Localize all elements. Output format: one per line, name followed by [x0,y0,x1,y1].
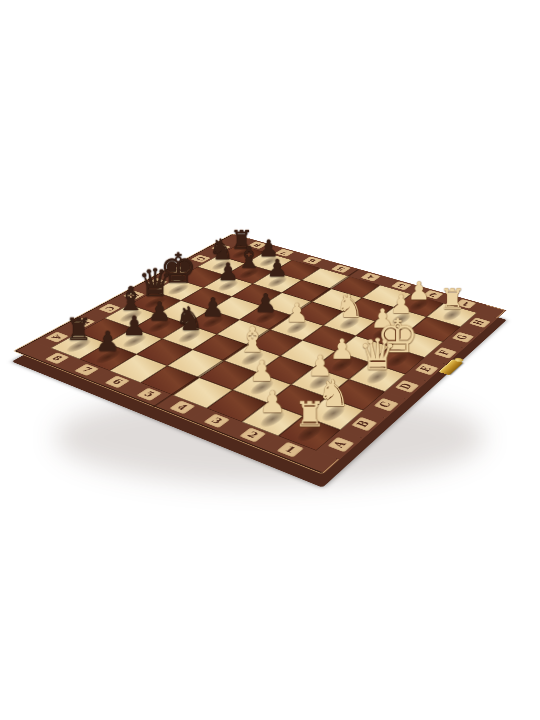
label-text: E [414,363,438,375]
piece-glyph: ♟ [259,387,286,417]
piece-glyph: ♟ [330,336,355,364]
label-text: A [327,437,354,453]
piece-glyph: ♞ [335,290,364,322]
piece-glyph: ♟ [285,300,308,326]
label-text: G [451,332,474,343]
piece-glyph: ♜ [294,397,325,432]
piece-glyph: ♟ [217,260,239,284]
piece-glyph: ♜ [65,314,92,344]
label-text: 8 [44,352,69,364]
label-text: B [350,417,376,432]
piece-glyph: ♟ [122,313,146,340]
label-text: 6 [302,256,322,264]
piece-glyph: ♟ [267,256,288,280]
piece-glyph: ♟ [254,290,277,316]
label-text: F [433,347,456,359]
product-photo: ABCDEFGH8♜♝♛♚♞♜87♟♟♟♟♝♟76♞♟♟65♟54♝♟43♟♞3… [0,0,540,720]
piece-glyph: ♛ [358,333,397,376]
piece-glyph: ♟ [148,299,171,325]
label-text: 7 [73,364,98,376]
piece-glyph: ♝ [237,323,268,358]
piece-glyph: ♞ [175,303,204,336]
label-text: 6 [104,375,130,388]
piece-glyph: ♟ [202,295,225,321]
label-text: C [373,398,399,412]
piece-glyph: ♟ [249,357,275,386]
label-text: 4 [360,273,381,282]
label-text: D [394,380,419,393]
label-text: 5 [330,264,350,273]
piece-glyph: ♟ [96,328,121,355]
label-text: H [468,317,490,328]
